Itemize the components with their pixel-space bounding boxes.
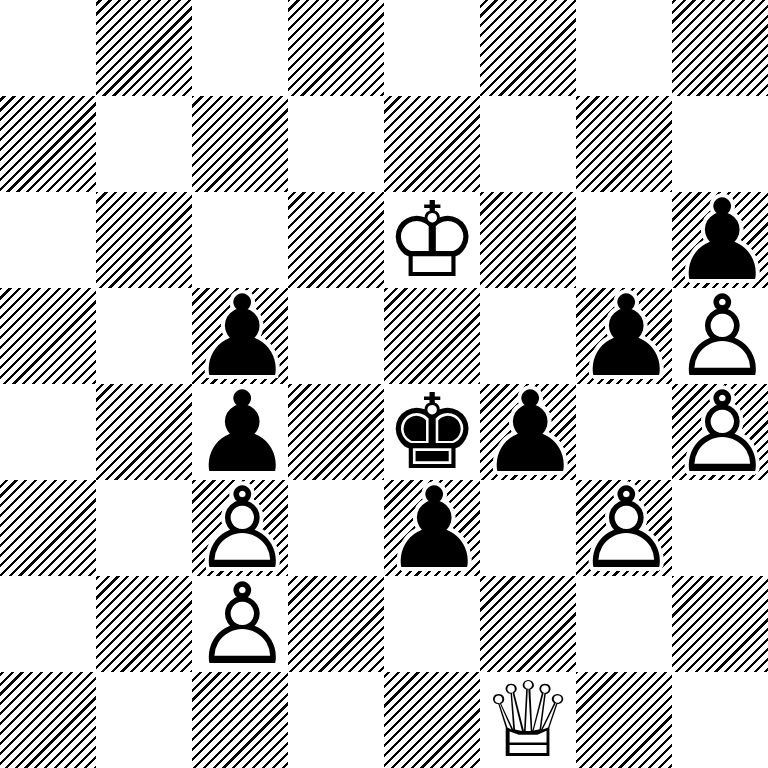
square-f7[interactable] <box>480 96 576 192</box>
square-e3[interactable]: ♟ <box>384 480 480 576</box>
square-g5[interactable]: ♟ <box>576 288 672 384</box>
square-d2[interactable] <box>288 576 384 672</box>
square-g7[interactable] <box>576 96 672 192</box>
square-b6[interactable] <box>96 192 192 288</box>
square-e2[interactable] <box>384 576 480 672</box>
square-d4[interactable] <box>288 384 384 480</box>
square-b4[interactable] <box>96 384 192 480</box>
square-e6[interactable]: ♚♔ <box>384 192 480 288</box>
square-f6[interactable] <box>480 192 576 288</box>
square-g1[interactable] <box>576 672 672 768</box>
black-pawn-glyph: ♟ <box>576 288 672 384</box>
square-b1[interactable] <box>96 672 192 768</box>
black-pawn[interactable]: ♟ <box>576 288 672 384</box>
square-a5[interactable] <box>0 288 96 384</box>
square-e7[interactable] <box>384 96 480 192</box>
square-f8[interactable] <box>480 0 576 96</box>
white-pawn[interactable]: ♟♙ <box>576 480 672 576</box>
square-b5[interactable] <box>96 288 192 384</box>
square-g3[interactable]: ♟♙ <box>576 480 672 576</box>
square-e5[interactable] <box>384 288 480 384</box>
white-pawn-outline-glyph: ♙ <box>672 384 768 480</box>
square-c8[interactable] <box>192 0 288 96</box>
square-a6[interactable] <box>0 192 96 288</box>
square-g8[interactable] <box>576 0 672 96</box>
square-h8[interactable] <box>672 0 768 96</box>
square-a4[interactable] <box>0 384 96 480</box>
white-king-outline-glyph: ♔ <box>384 192 480 288</box>
square-h2[interactable] <box>672 576 768 672</box>
square-d6[interactable] <box>288 192 384 288</box>
square-h1[interactable] <box>672 672 768 768</box>
black-pawn[interactable]: ♟ <box>384 480 480 576</box>
black-pawn-glyph: ♟ <box>384 480 480 576</box>
square-c7[interactable] <box>192 96 288 192</box>
white-queen-outline-glyph: ♕ <box>480 672 576 768</box>
square-e8[interactable] <box>384 0 480 96</box>
white-pawn-outline-glyph: ♙ <box>192 576 288 672</box>
square-e1[interactable] <box>384 672 480 768</box>
square-g2[interactable] <box>576 576 672 672</box>
white-pawn-outline-glyph: ♙ <box>576 480 672 576</box>
square-b8[interactable] <box>96 0 192 96</box>
white-king[interactable]: ♚♔ <box>384 192 480 288</box>
white-pawn[interactable]: ♟♙ <box>672 384 768 480</box>
square-c1[interactable] <box>192 672 288 768</box>
square-d3[interactable] <box>288 480 384 576</box>
square-f1[interactable]: ♛♕ <box>480 672 576 768</box>
chess-board: ♚♔♟♟♟♟♙♟♚♟♟♙♟♙♟♟♙♟♙♛♕ <box>0 0 768 768</box>
square-b7[interactable] <box>96 96 192 192</box>
square-d1[interactable] <box>288 672 384 768</box>
square-d8[interactable] <box>288 0 384 96</box>
square-a2[interactable] <box>0 576 96 672</box>
square-b2[interactable] <box>96 576 192 672</box>
square-d5[interactable] <box>288 288 384 384</box>
square-a1[interactable] <box>0 672 96 768</box>
square-b3[interactable] <box>96 480 192 576</box>
square-a8[interactable] <box>0 0 96 96</box>
white-queen[interactable]: ♛♕ <box>480 672 576 768</box>
square-d7[interactable] <box>288 96 384 192</box>
square-f2[interactable] <box>480 576 576 672</box>
square-f3[interactable] <box>480 480 576 576</box>
square-h4[interactable]: ♟♙ <box>672 384 768 480</box>
white-pawn[interactable]: ♟♙ <box>192 576 288 672</box>
square-a7[interactable] <box>0 96 96 192</box>
black-pawn[interactable]: ♟ <box>480 384 576 480</box>
square-c2[interactable]: ♟♙ <box>192 576 288 672</box>
square-f4[interactable]: ♟ <box>480 384 576 480</box>
square-h3[interactable] <box>672 480 768 576</box>
square-a3[interactable] <box>0 480 96 576</box>
black-pawn-glyph: ♟ <box>480 384 576 480</box>
